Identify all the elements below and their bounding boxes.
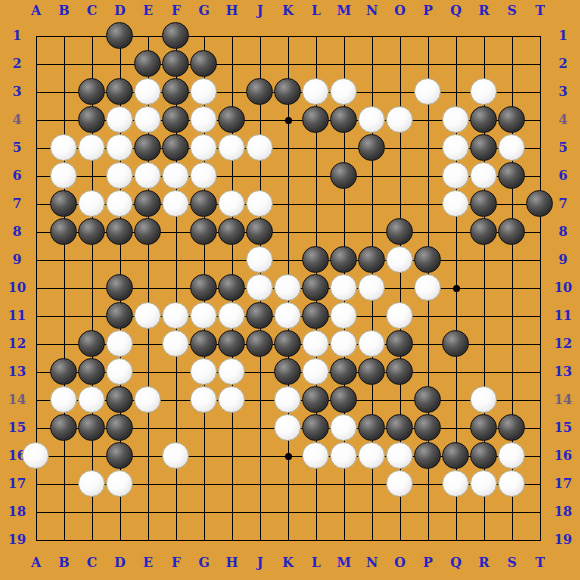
column-label-bottom: C xyxy=(82,556,102,570)
black-stone-D1[interactable] xyxy=(106,22,133,49)
black-stone-J11[interactable] xyxy=(246,302,273,329)
column-label-bottom: A xyxy=(26,556,46,570)
black-stone-F3[interactable] xyxy=(162,78,189,105)
black-stone-D15[interactable] xyxy=(106,414,133,441)
black-stone-E8[interactable] xyxy=(134,218,161,245)
white-stone-D13[interactable] xyxy=(106,358,133,385)
column-label-top: H xyxy=(222,4,242,18)
black-stone-H4[interactable] xyxy=(218,106,245,133)
black-stone-L11[interactable] xyxy=(302,302,329,329)
white-stone-E3[interactable] xyxy=(134,78,161,105)
white-stone-M16[interactable] xyxy=(330,442,357,469)
white-stone-C14[interactable] xyxy=(78,386,105,413)
row-label-right: 8 xyxy=(550,225,576,239)
white-stone-K15[interactable] xyxy=(274,414,301,441)
black-stone-C12[interactable] xyxy=(78,330,105,357)
column-label-bottom: N xyxy=(362,556,382,570)
white-stone-P3[interactable] xyxy=(414,78,441,105)
white-stone-E6[interactable] xyxy=(134,162,161,189)
black-stone-F4[interactable] xyxy=(162,106,189,133)
white-stone-P10[interactable] xyxy=(414,274,441,301)
white-stone-G4[interactable] xyxy=(190,106,217,133)
white-stone-S16[interactable] xyxy=(498,442,525,469)
white-stone-D4[interactable] xyxy=(106,106,133,133)
row-label-left: 10 xyxy=(4,281,30,295)
black-stone-M4[interactable] xyxy=(330,106,357,133)
white-stone-H13[interactable] xyxy=(218,358,245,385)
white-stone-B6[interactable] xyxy=(50,162,77,189)
black-stone-N5[interactable] xyxy=(358,134,385,161)
black-stone-R15[interactable] xyxy=(470,414,497,441)
row-label-left: 8 xyxy=(4,225,30,239)
row-label-left: 17 xyxy=(4,477,30,491)
white-stone-E4[interactable] xyxy=(134,106,161,133)
black-stone-H12[interactable] xyxy=(218,330,245,357)
white-stone-K11[interactable] xyxy=(274,302,301,329)
white-stone-M15[interactable] xyxy=(330,414,357,441)
column-label-bottom: L xyxy=(306,556,326,570)
black-stone-C3[interactable] xyxy=(78,78,105,105)
white-stone-Q17[interactable] xyxy=(442,470,469,497)
white-stone-R17[interactable] xyxy=(470,470,497,497)
black-stone-B7[interactable] xyxy=(50,190,77,217)
black-stone-J3[interactable] xyxy=(246,78,273,105)
white-stone-S5[interactable] xyxy=(498,134,525,161)
black-stone-M14[interactable] xyxy=(330,386,357,413)
black-stone-J8[interactable] xyxy=(246,218,273,245)
column-label-bottom: O xyxy=(390,556,410,570)
black-stone-L15[interactable] xyxy=(302,414,329,441)
column-label-bottom: J xyxy=(250,556,270,570)
black-stone-R8[interactable] xyxy=(470,218,497,245)
white-stone-B5[interactable] xyxy=(50,134,77,161)
white-stone-B14[interactable] xyxy=(50,386,77,413)
row-label-right: 10 xyxy=(550,281,576,295)
white-stone-D12[interactable] xyxy=(106,330,133,357)
white-stone-A16[interactable] xyxy=(22,442,49,469)
row-label-right: 14 xyxy=(550,393,576,407)
column-label-bottom: Q xyxy=(446,556,466,570)
black-stone-C15[interactable] xyxy=(78,414,105,441)
white-stone-R6[interactable] xyxy=(470,162,497,189)
column-label-top: F xyxy=(166,4,186,18)
white-stone-L16[interactable] xyxy=(302,442,329,469)
black-stone-Q16[interactable] xyxy=(442,442,469,469)
black-stone-E7[interactable] xyxy=(134,190,161,217)
white-stone-C7[interactable] xyxy=(78,190,105,217)
white-stone-Q5[interactable] xyxy=(442,134,469,161)
white-stone-K14[interactable] xyxy=(274,386,301,413)
black-stone-S8[interactable] xyxy=(498,218,525,245)
row-label-right: 17 xyxy=(550,477,576,491)
white-stone-N12[interactable] xyxy=(358,330,385,357)
black-stone-P9[interactable] xyxy=(414,246,441,273)
row-label-left: 3 xyxy=(4,85,30,99)
white-stone-G14[interactable] xyxy=(190,386,217,413)
white-stone-N16[interactable] xyxy=(358,442,385,469)
white-stone-C5[interactable] xyxy=(78,134,105,161)
black-stone-G8[interactable] xyxy=(190,218,217,245)
white-stone-J7[interactable] xyxy=(246,190,273,217)
white-stone-J9[interactable] xyxy=(246,246,273,273)
black-stone-N9[interactable] xyxy=(358,246,385,273)
star-point xyxy=(453,285,460,292)
column-label-bottom: P xyxy=(418,556,438,570)
white-stone-F6[interactable] xyxy=(162,162,189,189)
white-stone-F12[interactable] xyxy=(162,330,189,357)
black-stone-D14[interactable] xyxy=(106,386,133,413)
black-stone-P14[interactable] xyxy=(414,386,441,413)
column-label-top: K xyxy=(278,4,298,18)
white-stone-D6[interactable] xyxy=(106,162,133,189)
row-label-right: 19 xyxy=(550,533,576,547)
column-label-bottom: T xyxy=(530,556,550,570)
column-label-top: J xyxy=(250,4,270,18)
black-stone-B8[interactable] xyxy=(50,218,77,245)
column-label-top: R xyxy=(474,4,494,18)
column-label-top: B xyxy=(54,4,74,18)
black-stone-R7[interactable] xyxy=(470,190,497,217)
white-stone-S17[interactable] xyxy=(498,470,525,497)
black-stone-O15[interactable] xyxy=(386,414,413,441)
white-stone-K10[interactable] xyxy=(274,274,301,301)
star-point xyxy=(285,117,292,124)
black-stone-N13[interactable] xyxy=(358,358,385,385)
black-stone-R4[interactable] xyxy=(470,106,497,133)
white-stone-O11[interactable] xyxy=(386,302,413,329)
white-stone-F7[interactable] xyxy=(162,190,189,217)
row-label-right: 4 xyxy=(550,113,576,127)
black-stone-L14[interactable] xyxy=(302,386,329,413)
white-stone-L12[interactable] xyxy=(302,330,329,357)
board-horizontal-line xyxy=(36,540,541,541)
column-label-top: T xyxy=(530,4,550,18)
row-label-right: 11 xyxy=(550,309,576,323)
column-label-bottom: D xyxy=(110,556,130,570)
board-vertical-line xyxy=(540,36,541,541)
row-label-right: 18 xyxy=(550,505,576,519)
white-stone-G11[interactable] xyxy=(190,302,217,329)
white-stone-O9[interactable] xyxy=(386,246,413,273)
white-stone-O16[interactable] xyxy=(386,442,413,469)
white-stone-F16[interactable] xyxy=(162,442,189,469)
black-stone-D3[interactable] xyxy=(106,78,133,105)
black-stone-F1[interactable] xyxy=(162,22,189,49)
column-label-bottom: B xyxy=(54,556,74,570)
white-stone-J10[interactable] xyxy=(246,274,273,301)
row-label-right: 12 xyxy=(550,337,576,351)
white-stone-C17[interactable] xyxy=(78,470,105,497)
white-stone-H11[interactable] xyxy=(218,302,245,329)
column-label-top: P xyxy=(418,4,438,18)
black-stone-G7[interactable] xyxy=(190,190,217,217)
black-stone-C4[interactable] xyxy=(78,106,105,133)
row-label-right: 6 xyxy=(550,169,576,183)
black-stone-K3[interactable] xyxy=(274,78,301,105)
black-stone-R16[interactable] xyxy=(470,442,497,469)
row-label-left: 4 xyxy=(4,113,30,127)
white-stone-H7[interactable] xyxy=(218,190,245,217)
white-stone-G5[interactable] xyxy=(190,134,217,161)
row-label-left: 18 xyxy=(4,505,30,519)
column-label-top: G xyxy=(194,4,214,18)
row-label-left: 2 xyxy=(4,57,30,71)
row-label-right: 3 xyxy=(550,85,576,99)
row-label-left: 7 xyxy=(4,197,30,211)
row-label-left: 15 xyxy=(4,421,30,435)
board-horizontal-line xyxy=(36,512,541,513)
column-label-top: M xyxy=(334,4,354,18)
black-stone-H10[interactable] xyxy=(218,274,245,301)
black-stone-E2[interactable] xyxy=(134,50,161,77)
black-stone-D11[interactable] xyxy=(106,302,133,329)
column-label-bottom: F xyxy=(166,556,186,570)
black-stone-L4[interactable] xyxy=(302,106,329,133)
black-stone-G10[interactable] xyxy=(190,274,217,301)
row-label-left: 11 xyxy=(4,309,30,323)
black-stone-D8[interactable] xyxy=(106,218,133,245)
black-stone-B15[interactable] xyxy=(50,414,77,441)
black-stone-N15[interactable] xyxy=(358,414,385,441)
white-stone-G6[interactable] xyxy=(190,162,217,189)
column-label-top: C xyxy=(82,4,102,18)
black-stone-S15[interactable] xyxy=(498,414,525,441)
white-stone-H14[interactable] xyxy=(218,386,245,413)
black-stone-O8[interactable] xyxy=(386,218,413,245)
white-stone-Q7[interactable] xyxy=(442,190,469,217)
white-stone-M10[interactable] xyxy=(330,274,357,301)
black-stone-Q12[interactable] xyxy=(442,330,469,357)
black-stone-F2[interactable] xyxy=(162,50,189,77)
black-stone-G2[interactable] xyxy=(190,50,217,77)
white-stone-M3[interactable] xyxy=(330,78,357,105)
column-label-bottom: K xyxy=(278,556,298,570)
row-label-left: 6 xyxy=(4,169,30,183)
column-label-bottom: M xyxy=(334,556,354,570)
black-stone-H8[interactable] xyxy=(218,218,245,245)
white-stone-F11[interactable] xyxy=(162,302,189,329)
white-stone-J5[interactable] xyxy=(246,134,273,161)
row-label-right: 16 xyxy=(550,449,576,463)
black-stone-C8[interactable] xyxy=(78,218,105,245)
black-stone-E5[interactable] xyxy=(134,134,161,161)
black-stone-L9[interactable] xyxy=(302,246,329,273)
go-board: AABBCCDDEEFFGGHHJJKKLLMMNNOOPPQQRRSSTT11… xyxy=(0,0,580,580)
white-stone-O4[interactable] xyxy=(386,106,413,133)
white-stone-M12[interactable] xyxy=(330,330,357,357)
black-stone-O13[interactable] xyxy=(386,358,413,385)
star-point xyxy=(285,453,292,460)
black-stone-D16[interactable] xyxy=(106,442,133,469)
row-label-right: 13 xyxy=(550,365,576,379)
black-stone-P15[interactable] xyxy=(414,414,441,441)
white-stone-L3[interactable] xyxy=(302,78,329,105)
white-stone-O17[interactable] xyxy=(386,470,413,497)
black-stone-R5[interactable] xyxy=(470,134,497,161)
white-stone-Q6[interactable] xyxy=(442,162,469,189)
column-label-bottom: G xyxy=(194,556,214,570)
black-stone-F5[interactable] xyxy=(162,134,189,161)
black-stone-M6[interactable] xyxy=(330,162,357,189)
black-stone-L10[interactable] xyxy=(302,274,329,301)
black-stone-O12[interactable] xyxy=(386,330,413,357)
black-stone-S6[interactable] xyxy=(498,162,525,189)
black-stone-B13[interactable] xyxy=(50,358,77,385)
white-stone-Q4[interactable] xyxy=(442,106,469,133)
white-stone-D5[interactable] xyxy=(106,134,133,161)
white-stone-L13[interactable] xyxy=(302,358,329,385)
white-stone-R3[interactable] xyxy=(470,78,497,105)
row-label-left: 9 xyxy=(4,253,30,267)
black-stone-K12[interactable] xyxy=(274,330,301,357)
column-label-top: E xyxy=(138,4,158,18)
row-label-right: 7 xyxy=(550,197,576,211)
column-label-top: D xyxy=(110,4,130,18)
column-label-bottom: S xyxy=(502,556,522,570)
row-label-left: 12 xyxy=(4,337,30,351)
column-label-top: S xyxy=(502,4,522,18)
column-label-top: L xyxy=(306,4,326,18)
row-label-left: 5 xyxy=(4,141,30,155)
white-stone-R14[interactable] xyxy=(470,386,497,413)
black-stone-P16[interactable] xyxy=(414,442,441,469)
row-label-left: 1 xyxy=(4,29,30,43)
column-label-top: O xyxy=(390,4,410,18)
row-label-right: 5 xyxy=(550,141,576,155)
row-label-left: 19 xyxy=(4,533,30,547)
black-stone-J12[interactable] xyxy=(246,330,273,357)
white-stone-E11[interactable] xyxy=(134,302,161,329)
black-stone-G12[interactable] xyxy=(190,330,217,357)
white-stone-G3[interactable] xyxy=(190,78,217,105)
white-stone-M11[interactable] xyxy=(330,302,357,329)
black-stone-D10[interactable] xyxy=(106,274,133,301)
row-label-right: 15 xyxy=(550,421,576,435)
row-label-right: 9 xyxy=(550,253,576,267)
black-stone-C13[interactable] xyxy=(78,358,105,385)
column-label-top: A xyxy=(26,4,46,18)
white-stone-E14[interactable] xyxy=(134,386,161,413)
column-label-bottom: E xyxy=(138,556,158,570)
black-stone-S4[interactable] xyxy=(498,106,525,133)
white-stone-G13[interactable] xyxy=(190,358,217,385)
row-label-left: 14 xyxy=(4,393,30,407)
row-label-right: 2 xyxy=(550,57,576,71)
column-label-top: Q xyxy=(446,4,466,18)
white-stone-H5[interactable] xyxy=(218,134,245,161)
black-stone-T7[interactable] xyxy=(526,190,553,217)
white-stone-N4[interactable] xyxy=(358,106,385,133)
black-stone-M9[interactable] xyxy=(330,246,357,273)
white-stone-D7[interactable] xyxy=(106,190,133,217)
row-label-left: 13 xyxy=(4,365,30,379)
column-label-top: N xyxy=(362,4,382,18)
column-label-bottom: H xyxy=(222,556,242,570)
white-stone-D17[interactable] xyxy=(106,470,133,497)
black-stone-M13[interactable] xyxy=(330,358,357,385)
white-stone-N10[interactable] xyxy=(358,274,385,301)
column-label-bottom: R xyxy=(474,556,494,570)
row-label-right: 1 xyxy=(550,29,576,43)
black-stone-K13[interactable] xyxy=(274,358,301,385)
